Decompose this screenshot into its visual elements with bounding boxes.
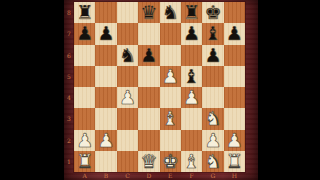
square-c3[interactable] [117, 108, 138, 129]
white-pawn-piece: ♟ [204, 130, 221, 149]
white-queen-piece: ♛ [140, 151, 157, 170]
square-b6[interactable] [95, 45, 116, 66]
square-e6[interactable] [160, 45, 181, 66]
black-queen-piece: ♛ [140, 3, 157, 22]
square-h5[interactable] [224, 66, 245, 87]
square-e8[interactable]: ♞ [160, 2, 181, 23]
square-d8[interactable]: ♛ [138, 2, 159, 23]
square-e1[interactable]: ♚ [160, 151, 181, 172]
square-h4[interactable] [224, 87, 245, 108]
square-a3[interactable] [74, 108, 95, 129]
square-f8[interactable]: ♜ [181, 2, 202, 23]
square-c5[interactable] [117, 66, 138, 87]
white-pawn-piece: ♟ [183, 88, 200, 107]
square-e5[interactable]: ♟ [160, 66, 181, 87]
white-pawn-piece: ♟ [76, 130, 93, 149]
square-b8[interactable] [95, 2, 116, 23]
rank-label-7: 7 [64, 23, 74, 44]
square-f6[interactable] [181, 45, 202, 66]
file-label-d: D [138, 172, 159, 180]
black-pawn-piece: ♟ [140, 45, 157, 64]
square-d4[interactable] [138, 87, 159, 108]
white-rook-piece: ♜ [76, 151, 93, 170]
square-e7[interactable] [160, 23, 181, 44]
square-e4[interactable] [160, 87, 181, 108]
square-a2[interactable]: ♟ [74, 130, 95, 151]
square-f3[interactable] [181, 108, 202, 129]
square-d7[interactable] [138, 23, 159, 44]
square-c1[interactable] [117, 151, 138, 172]
square-a4[interactable] [74, 87, 95, 108]
square-c8[interactable] [117, 2, 138, 23]
square-e2[interactable] [160, 130, 181, 151]
black-knight-piece: ♞ [162, 3, 179, 22]
white-bishop-piece: ♝ [162, 109, 179, 128]
black-pawn-piece: ♟ [98, 24, 115, 43]
rank-label-4: 4 [64, 87, 74, 108]
black-pawn-piece: ♟ [226, 24, 243, 43]
black-knight-piece: ♞ [119, 45, 136, 64]
file-coordinates: ABCDEFGH [74, 172, 245, 180]
chess-board: ♜♛♞♜♚♟♟♟♝♟♞♟♟♟♝♟♟♝♞♟♟♟♟♜♛♚♝♞♜ [74, 2, 245, 172]
rank-coordinates: 87654321 [64, 2, 74, 172]
square-g6[interactable]: ♟ [202, 45, 223, 66]
video-frame: ♜♛♞♜♚♟♟♟♝♟♞♟♟♟♝♟♟♝♞♟♟♟♟♜♛♚♝♞♜ 87654321 A… [0, 0, 320, 180]
black-pawn-piece: ♟ [183, 24, 200, 43]
square-f4[interactable]: ♟ [181, 87, 202, 108]
square-g7[interactable]: ♝ [202, 23, 223, 44]
square-b1[interactable] [95, 151, 116, 172]
black-pawn-piece: ♟ [76, 24, 93, 43]
square-h8[interactable] [224, 2, 245, 23]
black-pawn-piece: ♟ [204, 45, 221, 64]
square-a8[interactable]: ♜ [74, 2, 95, 23]
square-c7[interactable] [117, 23, 138, 44]
square-e3[interactable]: ♝ [160, 108, 181, 129]
square-b4[interactable] [95, 87, 116, 108]
black-rook-piece: ♜ [183, 3, 200, 22]
white-pawn-piece: ♟ [226, 130, 243, 149]
chess-board-frame: ♜♛♞♜♚♟♟♟♝♟♞♟♟♟♝♟♟♝♞♟♟♟♟♜♛♚♝♞♜ 87654321 A… [64, 0, 258, 180]
file-label-f: F [181, 172, 202, 180]
square-d1[interactable]: ♛ [138, 151, 159, 172]
square-g2[interactable]: ♟ [202, 130, 223, 151]
rank-label-5: 5 [64, 66, 74, 87]
black-bishop-piece: ♝ [183, 66, 200, 85]
square-a5[interactable] [74, 66, 95, 87]
rank-label-2: 2 [64, 130, 74, 151]
square-h2[interactable]: ♟ [224, 130, 245, 151]
square-a1[interactable]: ♜ [74, 151, 95, 172]
square-f2[interactable] [181, 130, 202, 151]
square-d3[interactable] [138, 108, 159, 129]
square-g5[interactable] [202, 66, 223, 87]
square-f5[interactable]: ♝ [181, 66, 202, 87]
file-label-h: H [224, 172, 245, 180]
white-pawn-piece: ♟ [162, 66, 179, 85]
square-h3[interactable] [224, 108, 245, 129]
square-h6[interactable] [224, 45, 245, 66]
square-h7[interactable]: ♟ [224, 23, 245, 44]
rank-label-3: 3 [64, 108, 74, 129]
white-pawn-piece: ♟ [119, 88, 136, 107]
square-a6[interactable] [74, 45, 95, 66]
square-b7[interactable]: ♟ [95, 23, 116, 44]
white-bishop-piece: ♝ [183, 151, 200, 170]
square-c6[interactable]: ♞ [117, 45, 138, 66]
file-label-e: E [160, 172, 181, 180]
square-f7[interactable]: ♟ [181, 23, 202, 44]
square-b2[interactable]: ♟ [95, 130, 116, 151]
square-d5[interactable] [138, 66, 159, 87]
black-rook-piece: ♜ [76, 3, 93, 22]
rank-label-8: 8 [64, 2, 74, 23]
white-knight-piece: ♞ [204, 109, 221, 128]
black-bishop-piece: ♝ [204, 24, 221, 43]
rank-label-1: 1 [64, 151, 74, 172]
square-g4[interactable] [202, 87, 223, 108]
square-g1[interactable]: ♞ [202, 151, 223, 172]
white-pawn-piece: ♟ [98, 130, 115, 149]
square-h1[interactable]: ♜ [224, 151, 245, 172]
square-c2[interactable] [117, 130, 138, 151]
file-label-a: A [74, 172, 95, 180]
square-d2[interactable] [138, 130, 159, 151]
rank-label-6: 6 [64, 45, 74, 66]
square-b5[interactable] [95, 66, 116, 87]
square-c4[interactable]: ♟ [117, 87, 138, 108]
square-g3[interactable]: ♞ [202, 108, 223, 129]
white-king-piece: ♚ [162, 151, 179, 170]
file-label-c: C [117, 172, 138, 180]
file-label-g: G [202, 172, 223, 180]
square-d6[interactable]: ♟ [138, 45, 159, 66]
black-king-piece: ♚ [204, 3, 221, 22]
white-knight-piece: ♞ [204, 151, 221, 170]
square-a7[interactable]: ♟ [74, 23, 95, 44]
file-label-b: B [95, 172, 116, 180]
square-f1[interactable]: ♝ [181, 151, 202, 172]
white-rook-piece: ♜ [226, 151, 243, 170]
square-b3[interactable] [95, 108, 116, 129]
square-g8[interactable]: ♚ [202, 2, 223, 23]
